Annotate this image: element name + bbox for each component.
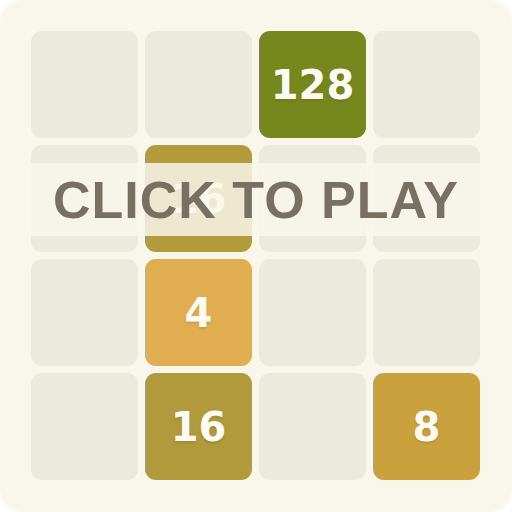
tile-value: 16 [171, 407, 227, 447]
cell-r3-c0 [31, 373, 138, 480]
tile-128: 128 [259, 31, 366, 138]
cell-r2-c3 [373, 259, 480, 366]
tile-grid: 128164168 [31, 31, 480, 480]
cell-r2-c2 [259, 259, 366, 366]
tile-value: 4 [185, 293, 213, 333]
cell-r3-c3: 8 [373, 373, 480, 480]
cell-r0-c1 [145, 31, 252, 138]
cell-r3-c1: 16 [145, 373, 252, 480]
cell-r0-c3 [373, 31, 480, 138]
board-2048[interactable]: 128164168 CLICK TO PLAY [0, 0, 512, 512]
tile-16: 16 [145, 373, 252, 480]
cell-r3-c2 [259, 373, 366, 480]
cell-r2-c0 [31, 259, 138, 366]
tile-8: 8 [373, 373, 480, 480]
tile-value: 128 [271, 65, 355, 105]
tile-value: 8 [413, 407, 441, 447]
tile-4: 4 [145, 259, 252, 366]
cell-r0-c2: 128 [259, 31, 366, 138]
cell-r2-c1: 4 [145, 259, 252, 366]
click-to-play-overlay[interactable]: CLICK TO PLAY [0, 163, 512, 236]
click-to-play-label: CLICK TO PLAY [53, 170, 459, 230]
cell-r0-c0 [31, 31, 138, 138]
